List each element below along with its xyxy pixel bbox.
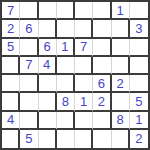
cell-r8c4[interactable] xyxy=(57,130,75,148)
cell-r3c6[interactable] xyxy=(93,39,111,57)
given-digit: 7 xyxy=(25,58,32,71)
given-digit: 8 xyxy=(62,95,69,108)
cell-r6c3[interactable] xyxy=(39,93,57,111)
cell-r1c4[interactable] xyxy=(57,2,75,20)
cell-r4c3[interactable]: 4 xyxy=(39,57,57,75)
cell-r3c4[interactable]: 1 xyxy=(57,39,75,57)
cell-r1c8[interactable] xyxy=(130,2,148,20)
cell-r1c1[interactable]: 7 xyxy=(2,2,20,20)
cell-r1c2[interactable] xyxy=(20,2,38,20)
given-digit: 2 xyxy=(117,77,124,90)
cell-r5c1[interactable] xyxy=(2,75,20,93)
given-digit: 1 xyxy=(80,95,87,108)
given-digit: 6 xyxy=(98,77,105,90)
cell-r3c7[interactable] xyxy=(112,39,130,57)
cell-r8c1[interactable] xyxy=(2,130,20,148)
cell-r6c7[interactable] xyxy=(112,93,130,111)
cell-r1c7[interactable]: 1 xyxy=(112,2,130,20)
given-digit: 5 xyxy=(135,95,142,108)
cell-r2c5[interactable] xyxy=(75,20,93,38)
cell-r2c7[interactable] xyxy=(112,20,130,38)
cell-r1c6[interactable] xyxy=(93,2,111,20)
cell-r7c3[interactable] xyxy=(39,112,57,130)
cell-r4c5[interactable] xyxy=(75,57,93,75)
cell-r5c5[interactable] xyxy=(75,75,93,93)
cell-r7c1[interactable]: 4 xyxy=(2,112,20,130)
given-digit: 6 xyxy=(25,22,32,35)
cell-r5c7[interactable]: 2 xyxy=(112,75,130,93)
cell-r3c8[interactable] xyxy=(130,39,148,57)
given-digit: 6 xyxy=(44,40,51,53)
given-digit: 3 xyxy=(135,22,142,35)
cell-r2c4[interactable] xyxy=(57,20,75,38)
cell-r5c3[interactable] xyxy=(39,75,57,93)
cell-r5c2[interactable] xyxy=(20,75,38,93)
cell-r5c8[interactable] xyxy=(130,75,148,93)
given-digit: 8 xyxy=(117,113,124,126)
cell-r1c5[interactable] xyxy=(75,2,93,20)
given-digit: 5 xyxy=(25,132,32,145)
cell-r7c6[interactable] xyxy=(93,112,111,130)
cell-r8c2[interactable]: 5 xyxy=(20,130,38,148)
cell-r7c2[interactable] xyxy=(20,112,38,130)
given-digit: 1 xyxy=(117,4,124,17)
cell-r6c6[interactable]: 2 xyxy=(93,93,111,111)
given-digit: 4 xyxy=(43,58,50,71)
cell-r4c4[interactable] xyxy=(57,57,75,75)
puzzle-grid: 7126356177462812548152 xyxy=(0,0,150,150)
given-digit: 2 xyxy=(135,132,142,145)
cell-r2c8[interactable]: 3 xyxy=(130,20,148,38)
cell-r6c1[interactable] xyxy=(2,93,20,111)
cell-r4c7[interactable] xyxy=(112,57,130,75)
cell-r2c2[interactable]: 6 xyxy=(20,20,38,38)
cell-r3c2[interactable] xyxy=(20,39,38,57)
cell-r4c1[interactable] xyxy=(2,57,20,75)
cell-r4c8[interactable] xyxy=(130,57,148,75)
cell-r3c3[interactable]: 6 xyxy=(39,39,57,57)
cell-r8c3[interactable] xyxy=(39,130,57,148)
cell-r7c8[interactable]: 1 xyxy=(130,112,148,130)
given-digit: 1 xyxy=(61,40,68,53)
given-digit: 2 xyxy=(7,22,14,35)
cell-r8c5[interactable] xyxy=(75,130,93,148)
given-digit: 2 xyxy=(98,95,105,108)
cell-r6c4[interactable]: 8 xyxy=(57,93,75,111)
cell-r7c4[interactable] xyxy=(57,112,75,130)
cell-r7c5[interactable] xyxy=(75,112,93,130)
cell-r3c5[interactable]: 7 xyxy=(75,39,93,57)
cell-r7c7[interactable]: 8 xyxy=(112,112,130,130)
cell-r6c8[interactable]: 5 xyxy=(130,93,148,111)
cell-r4c2[interactable]: 7 xyxy=(20,57,38,75)
cell-r8c7[interactable] xyxy=(112,130,130,148)
cell-r6c2[interactable] xyxy=(20,93,38,111)
cell-r8c8[interactable]: 2 xyxy=(130,130,148,148)
cell-r2c6[interactable] xyxy=(93,20,111,38)
cell-r4c6[interactable] xyxy=(93,57,111,75)
given-digit: 4 xyxy=(7,113,14,126)
cell-r5c6[interactable]: 6 xyxy=(93,75,111,93)
cell-r1c3[interactable] xyxy=(39,2,57,20)
given-digit: 7 xyxy=(80,40,87,53)
cell-r6c5[interactable]: 1 xyxy=(75,93,93,111)
cell-r2c1[interactable]: 2 xyxy=(2,20,20,38)
cell-r8c6[interactable] xyxy=(93,130,111,148)
given-digit: 7 xyxy=(7,4,14,17)
cell-r2c3[interactable] xyxy=(39,20,57,38)
given-digit: 1 xyxy=(135,113,142,126)
given-digit: 5 xyxy=(7,40,14,53)
cell-r5c4[interactable] xyxy=(57,75,75,93)
cell-r3c1[interactable]: 5 xyxy=(2,39,20,57)
